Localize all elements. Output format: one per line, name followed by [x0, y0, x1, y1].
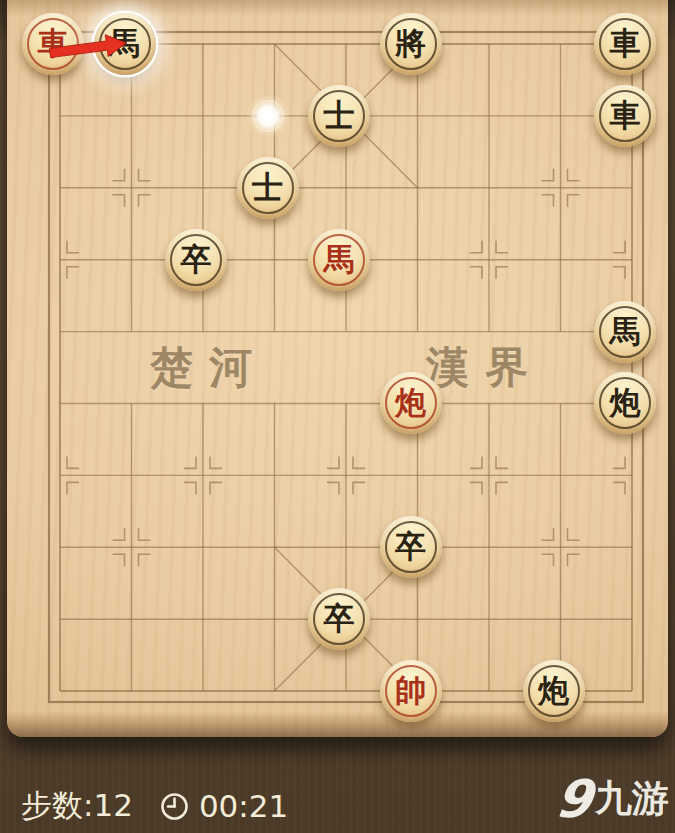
- piece-glyph: 炮: [538, 675, 569, 706]
- piece-glyph: 炮: [610, 387, 641, 418]
- river-label-chu: 楚河: [150, 344, 268, 390]
- piece-glyph: 將: [395, 28, 426, 59]
- jiuyou-logo-icon: 9: [553, 773, 593, 825]
- piece-red-general[interactable]: 帥: [380, 660, 442, 722]
- xiangqi-board[interactable]: 楚河 漢界 車馬將車士車士卒馬馬炮炮卒卒帥炮: [7, 0, 668, 737]
- piece-black-cannon[interactable]: 炮: [523, 660, 585, 722]
- piece-black-horse[interactable]: 馬: [94, 13, 156, 75]
- piece-red-chariot[interactable]: 車: [22, 13, 84, 75]
- watermark: 9 九游: [556, 773, 669, 825]
- piece-glyph: 馬: [109, 28, 140, 59]
- piece-glyph: 士: [324, 100, 355, 131]
- piece-black-horse[interactable]: 馬: [594, 301, 656, 363]
- piece-black-soldier[interactable]: 卒: [165, 229, 227, 291]
- watermark-text: 九游: [595, 774, 669, 824]
- piece-black-chariot[interactable]: 車: [594, 85, 656, 147]
- timer-value: 00:21: [199, 788, 288, 824]
- piece-glyph: 馬: [324, 244, 355, 275]
- river-label-han: 漢界: [426, 344, 544, 390]
- piece-black-advisor[interactable]: 士: [237, 157, 299, 219]
- piece-glyph: 卒: [181, 244, 212, 275]
- piece-glyph: 士: [252, 172, 283, 203]
- piece-black-soldier[interactable]: 卒: [308, 588, 370, 650]
- piece-glyph: 馬: [610, 316, 641, 347]
- piece-glyph: 卒: [395, 531, 426, 562]
- piece-black-advisor[interactable]: 士: [308, 85, 370, 147]
- piece-black-general[interactable]: 將: [380, 13, 442, 75]
- piece-red-cannon[interactable]: 炮: [380, 372, 442, 434]
- piece-glyph: 卒: [324, 603, 355, 634]
- piece-glyph: 炮: [395, 387, 426, 418]
- clock-icon: [159, 791, 190, 822]
- piece-black-cannon[interactable]: 炮: [594, 372, 656, 434]
- piece-red-horse[interactable]: 馬: [308, 229, 370, 291]
- piece-glyph: 車: [610, 100, 641, 131]
- piece-black-soldier[interactable]: 卒: [380, 516, 442, 578]
- piece-glyph: 車: [610, 28, 641, 59]
- piece-glyph: 車: [38, 28, 69, 59]
- game-screen: 楚河 漢界 車馬將車士車士卒馬馬炮炮卒卒帥炮 步数:12 00:21 9 九游: [0, 0, 675, 833]
- status-bar: 步数:12 00:21 9 九游: [0, 737, 675, 833]
- steps-counter: 步数:12: [21, 785, 133, 827]
- piece-glyph: 帥: [395, 675, 426, 706]
- piece-black-chariot[interactable]: 車: [594, 13, 656, 75]
